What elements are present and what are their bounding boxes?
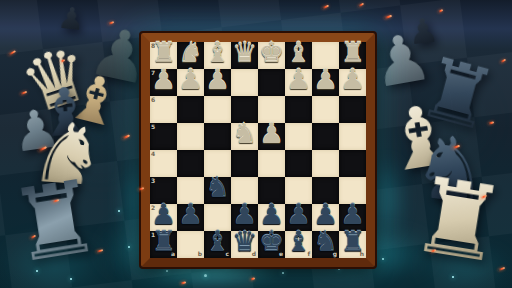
square-b5[interactable]	[177, 123, 204, 150]
ember-spark	[30, 235, 36, 240]
square-f4[interactable]	[285, 150, 312, 177]
piece-navy-bishop-f1[interactable]: ♝	[285, 228, 312, 255]
square-g4[interactable]	[312, 150, 339, 177]
piece-silver-bishop-f8[interactable]: ♝	[285, 39, 312, 66]
ember-spark	[498, 267, 505, 271]
teal-glow	[400, 246, 512, 288]
square-d5[interactable]: ♞	[231, 123, 258, 150]
ember-spark	[358, 3, 364, 8]
decor-cream-rook-right: ♜	[404, 161, 512, 278]
glow-speckle	[118, 210, 120, 212]
square-h5[interactable]	[339, 123, 366, 150]
piece-silver-pawn-a7[interactable]: ♟	[150, 66, 177, 93]
piece-silver-pawn-c7[interactable]: ♟	[204, 66, 231, 93]
piece-navy-queen-d1[interactable]: ♛	[231, 228, 258, 255]
glow-speckle	[338, 268, 340, 270]
square-e4[interactable]	[258, 150, 285, 177]
decor-gray-pawn-right: ♟	[367, 23, 437, 98]
decor-gray-pawn-left: ♟	[8, 101, 63, 161]
square-g7[interactable]: ♟	[312, 69, 339, 96]
piece-silver-pawn-e5[interactable]: ♟	[258, 120, 285, 147]
square-g6[interactable]	[312, 96, 339, 123]
square-e7[interactable]	[258, 69, 285, 96]
piece-silver-bishop-c8[interactable]: ♝	[204, 39, 231, 66]
glow-speckle	[70, 278, 72, 280]
ember-spark	[8, 50, 16, 56]
piece-navy-knight-g1[interactable]: ♞	[312, 228, 339, 255]
glow-speckle	[452, 276, 454, 278]
piece-navy-pawn-d2[interactable]: ♟	[231, 201, 258, 228]
piece-navy-king-e1[interactable]: ♚	[258, 228, 285, 255]
square-g5[interactable]	[312, 123, 339, 150]
square-h4[interactable]	[339, 150, 366, 177]
piece-navy-pawn-e2[interactable]: ♟	[258, 201, 285, 228]
square-c3[interactable]: ♞	[204, 177, 231, 204]
teal-glow	[0, 235, 130, 288]
square-h7[interactable]: ♟	[339, 69, 366, 96]
decor-cream-knight-left: ♞	[27, 109, 108, 198]
square-f5[interactable]	[285, 123, 312, 150]
square-d1[interactable]: d♛	[231, 231, 258, 258]
square-f1[interactable]: f♝	[285, 231, 312, 258]
ember-spark	[430, 249, 436, 253]
piece-silver-knight-b8[interactable]: ♞	[177, 39, 204, 66]
ember-spark	[322, 5, 329, 10]
decor-cream-bishop-right: ♝	[376, 91, 464, 186]
decor-shadow-pawn-top-right: ♟	[406, 12, 440, 49]
square-b6[interactable]	[177, 96, 204, 123]
decor-shadow-pawn-top-left: ♟	[57, 3, 87, 36]
ember-spark	[60, 59, 65, 63]
piece-navy-pawn-b2[interactable]: ♟	[177, 201, 204, 228]
glow-speckle	[36, 270, 38, 272]
rank-label-4: 4	[151, 151, 155, 157]
piece-silver-queen-d8[interactable]: ♛	[231, 39, 258, 66]
ember-spark	[108, 21, 114, 25]
piece-silver-knight-d5[interactable]: ♞	[231, 120, 258, 147]
square-b2[interactable]: ♟	[177, 204, 204, 231]
square-f7[interactable]: ♟	[285, 69, 312, 96]
ember-spark	[52, 199, 59, 203]
square-a1[interactable]: 1a♜	[150, 231, 177, 258]
rank-label-5: 5	[151, 124, 155, 130]
glow-speckle	[166, 270, 168, 272]
chess-board[interactable]: 8♜♞♝♛♚♝♜7♟♟♟♟♟♟65♞♟43♞2♟♟♟♟♟♟♟1a♜bc♝d♛e♚…	[141, 33, 375, 267]
square-c7[interactable]: ♟	[204, 69, 231, 96]
ember-spark	[384, 15, 392, 20]
square-e8[interactable]: ♚	[258, 42, 285, 69]
ember-spark	[500, 59, 506, 64]
chess-game-screen: ♟♟♛♝♝♟♞♜♟♟♜♝♞♜ 8♜♞♝♛♚♝♜7♟♟♟♟♟♟65♞♟43♞2♟♟…	[0, 0, 512, 288]
square-g1[interactable]: g♞	[312, 231, 339, 258]
ember-spark	[452, 145, 460, 150]
decor-cream-queen-left: ♛	[12, 33, 100, 126]
ember-spark	[20, 91, 27, 95]
square-b7[interactable]: ♟	[177, 69, 204, 96]
piece-navy-pawn-g2[interactable]: ♟	[312, 201, 339, 228]
square-h1[interactable]: h♜	[339, 231, 366, 258]
decor-navy-rook-right: ♜	[410, 44, 504, 145]
rank-label-3: 3	[151, 178, 155, 184]
square-f6[interactable]	[285, 96, 312, 123]
square-b1[interactable]: b	[177, 231, 204, 258]
square-d8[interactable]: ♛	[231, 42, 258, 69]
square-e1[interactable]: e♚	[258, 231, 285, 258]
glow-speckle	[204, 274, 207, 277]
ember-spark	[480, 195, 487, 200]
square-a6[interactable]: 6	[150, 96, 177, 123]
ember-spark	[122, 134, 130, 139]
square-c5[interactable]	[204, 123, 231, 150]
square-d7[interactable]	[231, 69, 258, 96]
piece-silver-pawn-b7[interactable]: ♟	[177, 66, 204, 93]
piece-navy-knight-c3[interactable]: ♞	[204, 174, 231, 201]
ember-spark	[38, 146, 47, 152]
square-a7[interactable]: 7♟	[150, 69, 177, 96]
piece-silver-pawn-f7[interactable]: ♟	[285, 66, 312, 93]
piece-silver-pawn-g7[interactable]: ♟	[312, 66, 339, 93]
glow-speckle	[382, 258, 384, 260]
square-h6[interactable]	[339, 96, 366, 123]
square-c6[interactable]	[204, 96, 231, 123]
piece-navy-rook-h1[interactable]: ♜	[339, 228, 366, 255]
ember-spark	[96, 249, 103, 253]
piece-navy-pawn-f2[interactable]: ♟	[285, 201, 312, 228]
decor-steel-rook-left: ♜	[3, 166, 107, 279]
piece-navy-pawn-a2[interactable]: ♟	[150, 201, 177, 228]
glow-speckle	[282, 272, 284, 274]
piece-navy-pawn-h2[interactable]: ♟	[339, 201, 366, 228]
decor-tan-bishop-left: ♝	[59, 62, 130, 138]
rank-label-6: 6	[151, 97, 155, 103]
ember-spark	[488, 121, 494, 124]
piece-silver-pawn-h7[interactable]: ♟	[339, 66, 366, 93]
teal-glow	[396, 60, 506, 180]
file-label-b: b	[198, 251, 202, 257]
square-a4[interactable]: 4	[150, 150, 177, 177]
piece-silver-rook-a8[interactable]: ♜	[150, 39, 177, 66]
decor-navy-knight-right: ♞	[407, 122, 496, 219]
ember-spark	[438, 9, 443, 13]
square-a5[interactable]: 5	[150, 123, 177, 150]
piece-navy-bishop-c1[interactable]: ♝	[204, 228, 231, 255]
piece-navy-rook-a1[interactable]: ♜	[150, 228, 177, 255]
square-d4[interactable]	[231, 150, 258, 177]
square-e5[interactable]: ♟	[258, 123, 285, 150]
ember-spark	[250, 277, 255, 281]
square-c1[interactable]: c♝	[204, 231, 231, 258]
glow-speckle	[128, 246, 130, 248]
piece-silver-rook-h8[interactable]: ♜	[339, 39, 366, 66]
decor-navy-bishop-left: ♝	[34, 78, 98, 148]
square-b4[interactable]	[177, 150, 204, 177]
ember-spark	[180, 281, 186, 284]
piece-silver-king-e8[interactable]: ♚	[258, 39, 285, 66]
